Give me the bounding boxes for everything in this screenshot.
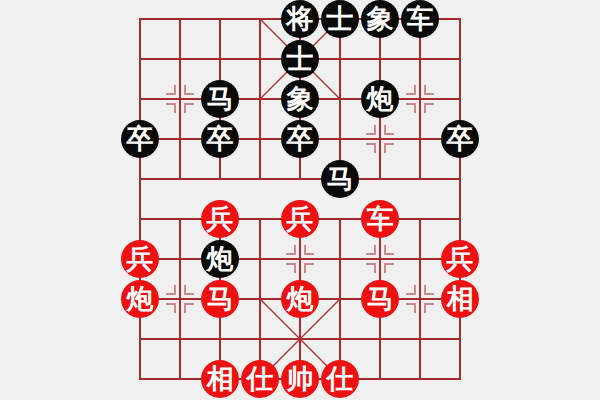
piece-red-general[interactable]: 帅 xyxy=(281,360,319,398)
piece-red-horse[interactable]: 马 xyxy=(201,280,239,318)
piece-black-elephant[interactable]: 象 xyxy=(361,0,399,38)
piece-red-cannon[interactable]: 炮 xyxy=(121,280,159,318)
piece-black-advisor[interactable]: 士 xyxy=(321,0,359,38)
piece-red-elephant[interactable]: 相 xyxy=(201,360,239,398)
piece-red-chariot[interactable]: 车 xyxy=(361,200,399,238)
piece-black-general[interactable]: 将 xyxy=(281,0,319,38)
piece-black-pawn[interactable]: 卒 xyxy=(281,120,319,158)
piece-red-pawn[interactable]: 兵 xyxy=(441,240,479,278)
xiangqi-screen: 将士象车士马象炮卒卒卒卒马兵兵车兵炮兵炮马炮马相相仕帅仕 xyxy=(0,0,600,400)
piece-black-advisor[interactable]: 士 xyxy=(281,40,319,78)
piece-black-pawn[interactable]: 卒 xyxy=(121,120,159,158)
piece-red-cannon[interactable]: 炮 xyxy=(281,280,319,318)
piece-black-pawn[interactable]: 卒 xyxy=(201,120,239,158)
piece-red-advisor[interactable]: 仕 xyxy=(241,360,279,398)
piece-black-horse[interactable]: 马 xyxy=(321,160,359,198)
piece-black-pawn[interactable]: 卒 xyxy=(441,120,479,158)
piece-black-cannon[interactable]: 炮 xyxy=(201,240,239,278)
piece-black-horse[interactable]: 马 xyxy=(201,80,239,118)
piece-red-advisor[interactable]: 仕 xyxy=(321,360,359,398)
piece-red-pawn[interactable]: 兵 xyxy=(281,200,319,238)
piece-red-elephant[interactable]: 相 xyxy=(441,280,479,318)
xiangqi-board: 将士象车士马象炮卒卒卒卒马兵兵车兵炮兵炮马炮马相相仕帅仕 xyxy=(120,0,480,399)
piece-red-horse[interactable]: 马 xyxy=(361,280,399,318)
piece-red-pawn[interactable]: 兵 xyxy=(121,240,159,278)
piece-black-cannon[interactable]: 炮 xyxy=(361,80,399,118)
piece-black-chariot[interactable]: 车 xyxy=(401,0,439,38)
piece-red-pawn[interactable]: 兵 xyxy=(201,200,239,238)
piece-black-elephant[interactable]: 象 xyxy=(281,80,319,118)
